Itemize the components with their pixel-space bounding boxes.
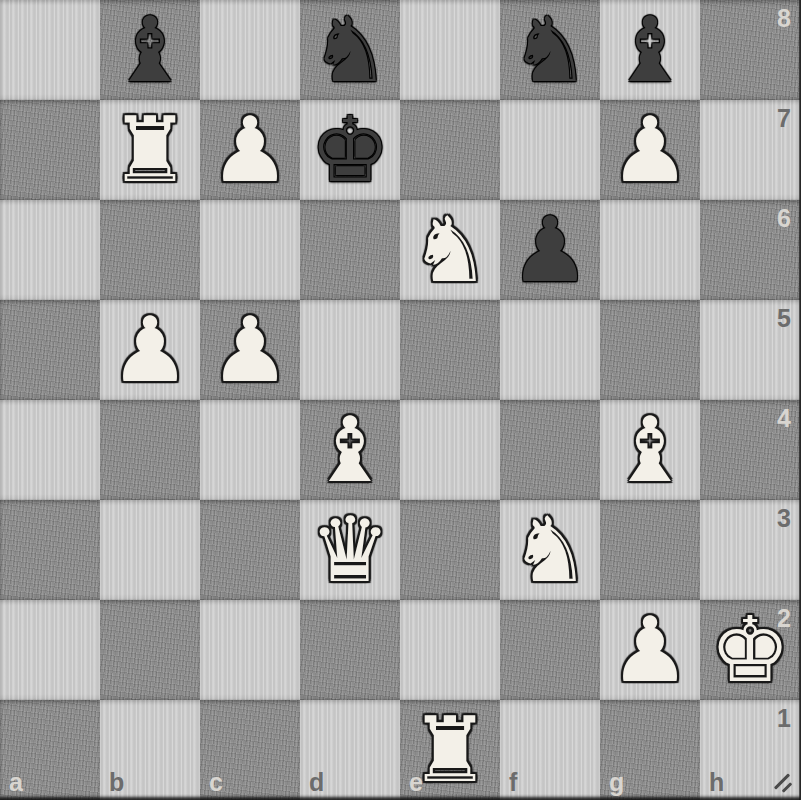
square-h3[interactable]: 3 (700, 500, 800, 600)
square-h2[interactable]: ♚2 (700, 600, 800, 700)
square-f4[interactable] (500, 400, 600, 500)
square-g5[interactable] (600, 300, 700, 400)
rank-label-7: 7 (777, 106, 791, 131)
square-f7[interactable] (500, 100, 600, 200)
square-g3[interactable] (600, 500, 700, 600)
square-f3[interactable]: ♞ (500, 500, 600, 600)
piece-white-pawn[interactable]: ♟ (200, 300, 300, 400)
square-f2[interactable] (500, 600, 600, 700)
chess-board: ♝♞♞♝8♜♟♚♟7♞♟6♟♟5♝♝4♛♞3♟♚2abcd♜efg1h (0, 0, 800, 800)
rank-label-1: 1 (777, 706, 791, 731)
square-e4[interactable] (400, 400, 500, 500)
piece-white-pawn[interactable]: ♟ (600, 100, 700, 200)
square-g4[interactable]: ♝ (600, 400, 700, 500)
square-a4[interactable] (0, 400, 100, 500)
piece-black-bishop[interactable]: ♝ (100, 0, 200, 100)
square-a7[interactable] (0, 100, 100, 200)
square-e3[interactable] (400, 500, 500, 600)
square-g1[interactable]: g (600, 700, 700, 800)
square-e7[interactable] (400, 100, 500, 200)
piece-black-knight[interactable]: ♞ (300, 0, 400, 100)
rank-label-3: 3 (777, 506, 791, 531)
square-a6[interactable] (0, 200, 100, 300)
square-h6[interactable]: 6 (700, 200, 800, 300)
square-h4[interactable]: 4 (700, 400, 800, 500)
square-g8[interactable]: ♝ (600, 0, 700, 100)
piece-white-pawn[interactable]: ♟ (600, 600, 700, 700)
square-a1[interactable]: a (0, 700, 100, 800)
file-label-f: f (509, 770, 517, 795)
square-a3[interactable] (0, 500, 100, 600)
square-f6[interactable]: ♟ (500, 200, 600, 300)
piece-white-bishop[interactable]: ♝ (300, 400, 400, 500)
square-c5[interactable]: ♟ (200, 300, 300, 400)
square-b4[interactable] (100, 400, 200, 500)
resize-slash (782, 782, 793, 793)
square-c4[interactable] (200, 400, 300, 500)
piece-black-pawn[interactable]: ♟ (500, 200, 600, 300)
square-c3[interactable] (200, 500, 300, 600)
rank-label-2: 2 (777, 606, 791, 631)
piece-white-pawn[interactable]: ♟ (100, 300, 200, 400)
square-a8[interactable] (0, 0, 100, 100)
square-c1[interactable]: c (200, 700, 300, 800)
square-e6[interactable]: ♞ (400, 200, 500, 300)
file-label-b: b (109, 770, 124, 795)
square-b7[interactable]: ♜ (100, 100, 200, 200)
rank-label-6: 6 (777, 206, 791, 231)
square-e2[interactable] (400, 600, 500, 700)
square-h7[interactable]: 7 (700, 100, 800, 200)
rank-label-8: 8 (777, 6, 791, 31)
square-e1[interactable]: ♜e (400, 700, 500, 800)
square-d5[interactable] (300, 300, 400, 400)
piece-black-knight[interactable]: ♞ (500, 0, 600, 100)
file-label-c: c (209, 770, 223, 795)
piece-white-knight[interactable]: ♞ (400, 200, 500, 300)
file-label-g: g (609, 770, 624, 795)
square-h1[interactable]: 1h (700, 700, 800, 800)
square-b6[interactable] (100, 200, 200, 300)
resize-diagonal-icon[interactable] (771, 771, 795, 795)
piece-black-king[interactable]: ♚ (300, 100, 400, 200)
square-h5[interactable]: 5 (700, 300, 800, 400)
piece-white-queen[interactable]: ♛ (300, 500, 400, 600)
square-h8[interactable]: 8 (700, 0, 800, 100)
square-d2[interactable] (300, 600, 400, 700)
square-b3[interactable] (100, 500, 200, 600)
square-b2[interactable] (100, 600, 200, 700)
rank-label-5: 5 (777, 306, 791, 331)
square-g2[interactable]: ♟ (600, 600, 700, 700)
piece-white-pawn[interactable]: ♟ (200, 100, 300, 200)
square-d7[interactable]: ♚ (300, 100, 400, 200)
square-d3[interactable]: ♛ (300, 500, 400, 600)
square-d4[interactable]: ♝ (300, 400, 400, 500)
square-e5[interactable] (400, 300, 500, 400)
square-d8[interactable]: ♞ (300, 0, 400, 100)
file-label-e: e (409, 770, 423, 795)
piece-black-bishop[interactable]: ♝ (600, 0, 700, 100)
file-label-h: h (709, 770, 724, 795)
piece-white-rook[interactable]: ♜ (100, 100, 200, 200)
square-c8[interactable] (200, 0, 300, 100)
square-a5[interactable] (0, 300, 100, 400)
square-g7[interactable]: ♟ (600, 100, 700, 200)
square-f1[interactable]: f (500, 700, 600, 800)
square-b1[interactable]: b (100, 700, 200, 800)
file-label-a: a (9, 770, 23, 795)
square-d6[interactable] (300, 200, 400, 300)
file-label-d: d (309, 770, 324, 795)
square-b5[interactable]: ♟ (100, 300, 200, 400)
square-c7[interactable]: ♟ (200, 100, 300, 200)
square-b8[interactable]: ♝ (100, 0, 200, 100)
square-g6[interactable] (600, 200, 700, 300)
piece-white-bishop[interactable]: ♝ (600, 400, 700, 500)
rank-label-4: 4 (777, 406, 791, 431)
square-e8[interactable] (400, 0, 500, 100)
square-f5[interactable] (500, 300, 600, 400)
square-d1[interactable]: d (300, 700, 400, 800)
piece-white-knight[interactable]: ♞ (500, 500, 600, 600)
square-a2[interactable] (0, 600, 100, 700)
square-c6[interactable] (200, 200, 300, 300)
square-c2[interactable] (200, 600, 300, 700)
square-f8[interactable]: ♞ (500, 0, 600, 100)
